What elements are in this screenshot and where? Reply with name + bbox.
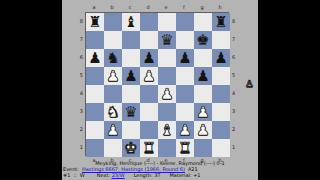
- square-g8: [194, 13, 212, 31]
- square-b7: [104, 31, 122, 49]
- board-panel: abcdefgh 87654321 ♜♝♜♛♚♟♞♟♟♟♟♟♟♟♟♞♛♟♟♝♟♟…: [62, 0, 258, 180]
- rank-label-1: 1: [232, 138, 238, 156]
- square-h4: [212, 85, 230, 103]
- piece-wN-b3: ♞: [104, 103, 122, 121]
- square-g4: [194, 85, 212, 103]
- piece-bR-h8: ♜: [212, 13, 230, 31]
- rank-label-6: 6: [232, 48, 238, 66]
- square-d4: [140, 85, 158, 103]
- square-d6: ♟: [140, 49, 158, 67]
- square-f1: ♜: [176, 139, 194, 157]
- chess-board: ♜♝♜♛♚♟♞♟♟♟♟♟♟♟♟♞♛♟♟♝♟♟♚♜♜: [85, 12, 229, 156]
- rank-label-4: 4: [232, 84, 238, 102]
- square-d1: ♜: [140, 139, 158, 157]
- square-b3: ♞: [104, 103, 122, 121]
- square-a5: [86, 67, 104, 85]
- square-c8: ♝: [122, 13, 140, 31]
- square-e8: [158, 13, 176, 31]
- rank-label-1: 1: [77, 138, 83, 156]
- square-g7: ♚: [194, 31, 212, 49]
- material-label: Material:: [170, 172, 192, 178]
- square-b6: ♞: [104, 49, 122, 67]
- square-a6: ♟: [86, 49, 104, 67]
- square-e5: [158, 67, 176, 85]
- rank-label-8: 8: [77, 12, 83, 30]
- square-f5: [176, 67, 194, 85]
- piece-wP-d5: ♟: [140, 67, 158, 85]
- square-g1: [194, 139, 212, 157]
- piece-bP-g5: ♟: [194, 67, 212, 85]
- video-frame: { "game": "chess", "position": { "fen": …: [0, 0, 320, 180]
- file-label-g: g: [193, 4, 211, 10]
- square-c6: [122, 49, 140, 67]
- square-h1: [212, 139, 230, 157]
- rank-labels-right: 87654321: [232, 12, 238, 156]
- rank-labels-left: 87654321: [77, 12, 83, 156]
- piece-wP-g3: ♟: [194, 103, 212, 121]
- square-e1: [158, 139, 176, 157]
- file-labels-top: abcdefgh: [85, 4, 229, 10]
- square-b8: [104, 13, 122, 31]
- rank-label-3: 3: [77, 102, 83, 120]
- square-e2: ♝: [158, 121, 176, 139]
- square-a2: [86, 121, 104, 139]
- square-a8: ♜: [86, 13, 104, 31]
- square-a1: [86, 139, 104, 157]
- next-label: Next:: [97, 172, 110, 178]
- file-label-a: a: [85, 4, 103, 10]
- square-d5: ♟: [140, 67, 158, 85]
- square-f8: [176, 13, 194, 31]
- square-d8: [140, 13, 158, 31]
- square-h8: ♜: [212, 13, 230, 31]
- piece-bP-c5: ♟: [122, 67, 140, 85]
- square-h6: ♟: [212, 49, 230, 67]
- file-label-f: f: [175, 4, 193, 10]
- square-b2: ♟: [104, 121, 122, 139]
- square-f3: [176, 103, 194, 121]
- square-a4: [86, 85, 104, 103]
- rank-label-5: 5: [232, 66, 238, 84]
- square-e3: [158, 103, 176, 121]
- piece-bR-a8: ♜: [86, 13, 104, 31]
- stats-separator: ::: [73, 172, 76, 178]
- stats-line: #1::WNext: 23/WLength: 37Material: +1: [63, 173, 257, 179]
- square-c5: ♟: [122, 67, 140, 85]
- square-e7: ♛: [158, 31, 176, 49]
- piece-bP-a6: ♟: [86, 49, 104, 67]
- square-e6: [158, 49, 176, 67]
- square-g2: ♟: [194, 121, 212, 139]
- piece-bP-f6: ♟: [176, 49, 194, 67]
- square-c2: [122, 121, 140, 139]
- piece-bP-d6: ♟: [140, 49, 158, 67]
- file-label-e: e: [157, 4, 175, 10]
- square-a7: [86, 31, 104, 49]
- square-b1: [104, 139, 122, 157]
- rank-label-8: 8: [232, 12, 238, 30]
- square-g5: ♟: [194, 67, 212, 85]
- to-move-letter: W: [80, 172, 85, 178]
- piece-wR-d1: ♜: [140, 139, 158, 157]
- file-label-b: b: [103, 4, 121, 10]
- piece-bK-g7: ♚: [194, 31, 212, 49]
- length-value: 37: [154, 172, 160, 178]
- square-g6: [194, 49, 212, 67]
- piece-wP-b5: ♟: [104, 67, 122, 85]
- rank-label-3: 3: [232, 102, 238, 120]
- square-h5: [212, 67, 230, 85]
- square-d2: [140, 121, 158, 139]
- square-f2: ♟: [176, 121, 194, 139]
- square-b4: [104, 85, 122, 103]
- square-b5: ♟: [104, 67, 122, 85]
- square-e4: ♟: [158, 85, 176, 103]
- piece-wP-e4: ♟: [158, 85, 176, 103]
- length-label: Length:: [134, 172, 153, 178]
- square-f4: [176, 85, 194, 103]
- square-h7: [212, 31, 230, 49]
- square-d3: [140, 103, 158, 121]
- next-move-link[interactable]: 23/W: [112, 172, 125, 178]
- square-h3: [212, 103, 230, 121]
- piece-wP-g2: ♟: [194, 121, 212, 139]
- file-label-h: h: [211, 4, 229, 10]
- square-c4: [122, 85, 140, 103]
- piece-bP-h6: ♟: [212, 49, 230, 67]
- piece-bQ-c3: ♛: [122, 103, 140, 121]
- material-value: +1: [193, 172, 200, 178]
- piece-wP-b2: ♟: [104, 121, 122, 139]
- square-c7: [122, 31, 140, 49]
- square-g3: ♟: [194, 103, 212, 121]
- rank-label-2: 2: [232, 120, 238, 138]
- piece-wK-c1: ♚: [122, 139, 140, 157]
- piece-wP-f2: ♟: [176, 121, 194, 139]
- piece-wB-e2: ♝: [158, 121, 176, 139]
- rank-label-4: 4: [77, 84, 83, 102]
- rank-label-2: 2: [77, 120, 83, 138]
- rank-label-5: 5: [77, 66, 83, 84]
- game-number: #1: [63, 172, 70, 178]
- file-label-c: c: [121, 4, 139, 10]
- rank-label-7: 7: [232, 30, 238, 48]
- file-label-d: d: [139, 4, 157, 10]
- white-pawn-to-move-icon: ♙: [245, 78, 254, 89]
- square-c3: ♛: [122, 103, 140, 121]
- piece-bB-c8: ♝: [122, 13, 140, 31]
- square-f6: ♟: [176, 49, 194, 67]
- piece-wR-f1: ♜: [176, 139, 194, 157]
- rank-label-7: 7: [77, 30, 83, 48]
- square-f7: [176, 31, 194, 49]
- square-c1: ♚: [122, 139, 140, 157]
- square-a3: [86, 103, 104, 121]
- square-h2: [212, 121, 230, 139]
- rank-label-6: 6: [77, 48, 83, 66]
- piece-bQ-e7: ♛: [158, 31, 176, 49]
- square-d7: [140, 31, 158, 49]
- piece-bN-b6: ♞: [104, 49, 122, 67]
